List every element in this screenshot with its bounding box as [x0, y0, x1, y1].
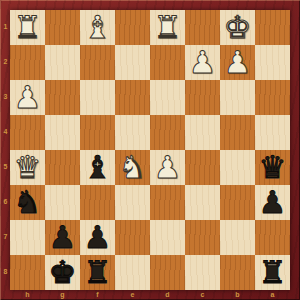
square-b3[interactable] [220, 80, 255, 115]
square-c3[interactable] [185, 80, 220, 115]
square-e2[interactable] [115, 45, 150, 80]
square-d7[interactable] [150, 220, 185, 255]
white-pawn[interactable]: ♟ [14, 80, 42, 115]
square-e6[interactable] [115, 185, 150, 220]
white-knight[interactable]: ♞ [119, 150, 147, 185]
square-g1[interactable] [45, 10, 80, 45]
file-label-f: f [80, 290, 115, 300]
square-f7[interactable]: ♟ [80, 220, 115, 255]
rank-label-6: 6 [1, 185, 10, 220]
square-f8[interactable]: ♜ [80, 255, 115, 290]
square-b1[interactable]: ♚ [220, 10, 255, 45]
square-b2[interactable]: ♟ [220, 45, 255, 80]
square-g3[interactable] [45, 80, 80, 115]
file-label-h: h [10, 290, 45, 300]
square-d6[interactable] [150, 185, 185, 220]
square-e3[interactable] [115, 80, 150, 115]
square-h7[interactable] [10, 220, 45, 255]
square-a5[interactable]: ♛ [255, 150, 290, 185]
file-label-d: d [150, 290, 185, 300]
square-d3[interactable] [150, 80, 185, 115]
rank-label-8: 8 [1, 255, 10, 290]
black-queen[interactable]: ♛ [259, 150, 287, 185]
square-g6[interactable] [45, 185, 80, 220]
black-pawn[interactable]: ♟ [84, 220, 112, 255]
square-e8[interactable] [115, 255, 150, 290]
square-e4[interactable] [115, 115, 150, 150]
white-rook[interactable]: ♜ [154, 10, 182, 45]
square-c5[interactable] [185, 150, 220, 185]
white-king[interactable]: ♚ [224, 10, 252, 45]
black-rook[interactable]: ♜ [259, 255, 287, 290]
square-a8[interactable]: ♜ [255, 255, 290, 290]
file-label-b: b [220, 290, 255, 300]
rank-label-1: 1 [1, 10, 10, 45]
white-pawn[interactable]: ♟ [224, 45, 252, 80]
chess-board: ♜♝♜♚♟♟♟♛♝♞♟♛♞♟♟♟♚♜♜ [10, 10, 290, 290]
square-e1[interactable] [115, 10, 150, 45]
rank-label-5: 5 [1, 150, 10, 185]
square-b6[interactable] [220, 185, 255, 220]
white-pawn[interactable]: ♟ [189, 45, 217, 80]
square-h3[interactable]: ♟ [10, 80, 45, 115]
square-h4[interactable] [10, 115, 45, 150]
square-c1[interactable] [185, 10, 220, 45]
square-f5[interactable]: ♝ [80, 150, 115, 185]
white-pawn[interactable]: ♟ [154, 150, 182, 185]
rank-label-7: 7 [1, 220, 10, 255]
square-g8[interactable]: ♚ [45, 255, 80, 290]
square-c4[interactable] [185, 115, 220, 150]
square-h1[interactable]: ♜ [10, 10, 45, 45]
file-label-g: g [45, 290, 80, 300]
rank-label-4: 4 [1, 115, 10, 150]
white-rook[interactable]: ♜ [14, 10, 42, 45]
file-label-a: a [255, 290, 290, 300]
square-c7[interactable] [185, 220, 220, 255]
square-d5[interactable]: ♟ [150, 150, 185, 185]
square-f6[interactable] [80, 185, 115, 220]
square-a1[interactable] [255, 10, 290, 45]
black-king[interactable]: ♚ [49, 255, 77, 290]
rank-label-3: 3 [1, 80, 10, 115]
square-b4[interactable] [220, 115, 255, 150]
black-bishop[interactable]: ♝ [84, 150, 112, 185]
square-g4[interactable] [45, 115, 80, 150]
square-f2[interactable] [80, 45, 115, 80]
square-h2[interactable] [10, 45, 45, 80]
board-frame: 12345678 hgfedcba ♜♝♜♚♟♟♟♛♝♞♟♛♞♟♟♟♚♜♜ [0, 0, 300, 300]
square-h8[interactable] [10, 255, 45, 290]
square-g2[interactable] [45, 45, 80, 80]
square-a7[interactable] [255, 220, 290, 255]
white-bishop[interactable]: ♝ [84, 10, 112, 45]
square-b5[interactable] [220, 150, 255, 185]
square-e7[interactable] [115, 220, 150, 255]
square-f1[interactable]: ♝ [80, 10, 115, 45]
square-d4[interactable] [150, 115, 185, 150]
square-f3[interactable] [80, 80, 115, 115]
square-a4[interactable] [255, 115, 290, 150]
square-d8[interactable] [150, 255, 185, 290]
black-pawn[interactable]: ♟ [49, 220, 77, 255]
rank-label-2: 2 [1, 45, 10, 80]
square-h5[interactable]: ♛ [10, 150, 45, 185]
square-g7[interactable]: ♟ [45, 220, 80, 255]
square-c8[interactable] [185, 255, 220, 290]
square-d1[interactable]: ♜ [150, 10, 185, 45]
black-pawn[interactable]: ♟ [259, 185, 287, 220]
file-label-c: c [185, 290, 220, 300]
square-g5[interactable] [45, 150, 80, 185]
white-queen[interactable]: ♛ [14, 150, 42, 185]
black-rook[interactable]: ♜ [84, 255, 112, 290]
square-a3[interactable] [255, 80, 290, 115]
file-label-e: e [115, 290, 150, 300]
black-knight[interactable]: ♞ [14, 185, 42, 220]
square-c6[interactable] [185, 185, 220, 220]
square-f4[interactable] [80, 115, 115, 150]
square-e5[interactable]: ♞ [115, 150, 150, 185]
square-c2[interactable]: ♟ [185, 45, 220, 80]
square-a2[interactable] [255, 45, 290, 80]
square-b7[interactable] [220, 220, 255, 255]
square-a6[interactable]: ♟ [255, 185, 290, 220]
square-h6[interactable]: ♞ [10, 185, 45, 220]
square-b8[interactable] [220, 255, 255, 290]
square-d2[interactable] [150, 45, 185, 80]
